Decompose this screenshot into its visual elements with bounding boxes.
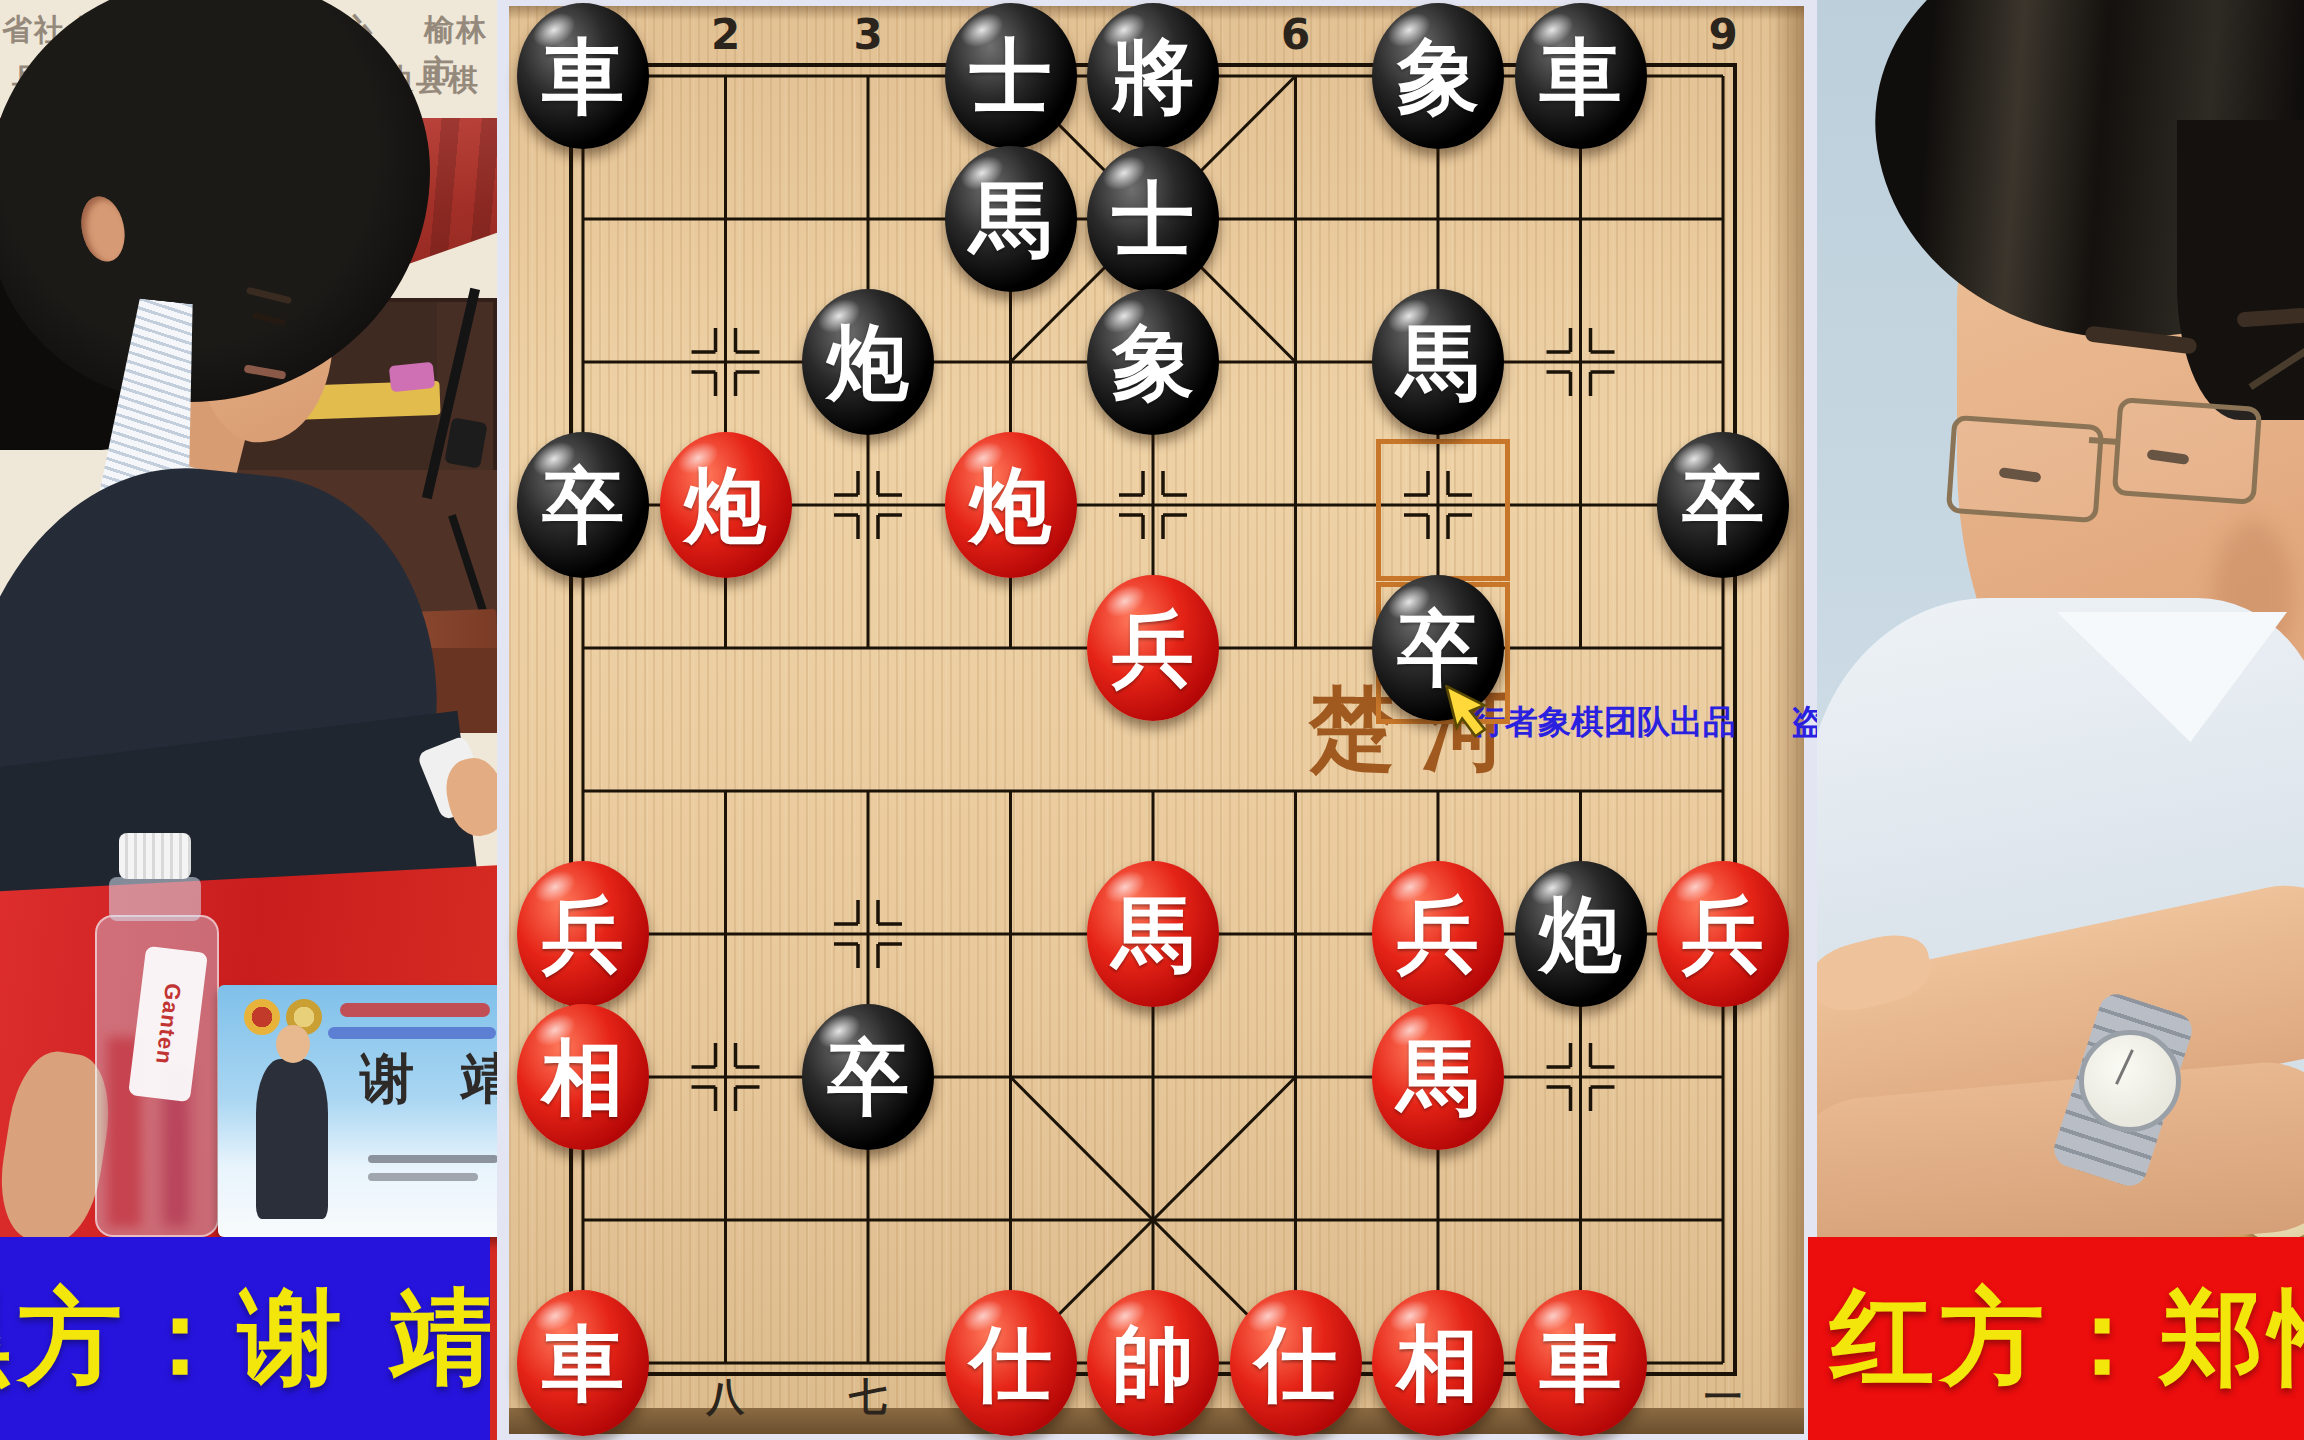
file-label-bottom: 八 xyxy=(696,1372,756,1423)
file-label-top: 2 xyxy=(696,10,756,59)
file-label-bottom: 一 xyxy=(1693,1372,1753,1423)
piece-black-卒[interactable]: 卒 xyxy=(1657,432,1789,578)
piece-glyph: 卒 xyxy=(827,1036,909,1118)
piece-black-象[interactable]: 象 xyxy=(1087,289,1219,435)
glasses-lens xyxy=(2112,397,2262,505)
piece-red-仕[interactable]: 仕 xyxy=(1230,1290,1362,1436)
piece-black-車[interactable]: 車 xyxy=(517,3,649,149)
player-photo-red: 仕兵帥車相 xyxy=(1817,0,2304,1440)
piece-black-將[interactable]: 將 xyxy=(1087,3,1219,149)
piece-red-兵[interactable]: 兵 xyxy=(1657,861,1789,1007)
player-photo-black: 省社会 发展中心 榆林市 县体 定边县棋类 xyxy=(0,0,497,1440)
card-portrait xyxy=(256,1059,328,1219)
card-title-text xyxy=(340,1003,490,1017)
piece-glyph: 士 xyxy=(970,35,1052,117)
card-small-text xyxy=(368,1155,497,1163)
piece-red-炮[interactable]: 炮 xyxy=(945,432,1077,578)
bottle-label: Ganten xyxy=(128,946,208,1102)
piece-glyph: 車 xyxy=(542,1322,624,1404)
piece-glyph: 馬 xyxy=(970,178,1052,260)
piece-black-炮[interactable]: 炮 xyxy=(802,289,934,435)
piece-black-車[interactable]: 車 xyxy=(1515,3,1647,149)
piece-glyph: 炮 xyxy=(685,464,767,546)
piece-black-象[interactable]: 象 xyxy=(1372,3,1504,149)
piece-glyph: 相 xyxy=(1397,1322,1479,1404)
piece-red-相[interactable]: 相 xyxy=(1372,1290,1504,1436)
piece-black-卒[interactable]: 卒 xyxy=(517,432,649,578)
piece-red-炮[interactable]: 炮 xyxy=(660,432,792,578)
piece-glyph: 車 xyxy=(1540,35,1622,117)
piece-glyph: 卒 xyxy=(542,464,624,546)
piece-red-相[interactable]: 相 xyxy=(517,1004,649,1150)
red-player-banner: 红方：郑惟 xyxy=(1808,1237,2304,1440)
board-panel: 楚河 漢界 行者象棋团队出品盗版必究 123456789九八七六五四三二一 車士… xyxy=(497,0,1817,1440)
piece-red-兵[interactable]: 兵 xyxy=(1087,575,1219,721)
piece-glyph: 車 xyxy=(542,35,624,117)
card-subtitle-text xyxy=(328,1027,496,1039)
piece-black-馬[interactable]: 馬 xyxy=(945,146,1077,292)
last-move-highlight xyxy=(1376,439,1510,581)
piece-glyph: 相 xyxy=(542,1036,624,1118)
file-label-top: 3 xyxy=(838,10,898,59)
card-portrait xyxy=(276,1025,310,1063)
player-hair xyxy=(2177,120,2304,420)
file-label-top: 6 xyxy=(1266,10,1326,59)
piece-black-士[interactable]: 士 xyxy=(945,3,1077,149)
piece-glyph: 炮 xyxy=(827,321,909,403)
card-small-text xyxy=(368,1173,478,1181)
card-player-name: 谢 靖 xyxy=(360,1043,497,1116)
water-bottle: Ganten xyxy=(95,833,217,1237)
watch-face xyxy=(2079,1030,2181,1132)
piece-glyph: 兵 xyxy=(542,893,624,975)
piece-glyph: 兵 xyxy=(1397,893,1479,975)
piece-glyph: 將 xyxy=(1112,35,1194,117)
piece-glyph: 兵 xyxy=(1682,893,1764,975)
piece-glyph: 炮 xyxy=(1540,893,1622,975)
piece-red-車[interactable]: 車 xyxy=(1515,1290,1647,1436)
piece-glyph: 象 xyxy=(1112,321,1194,403)
piece-glyph: 炮 xyxy=(970,464,1052,546)
piece-red-兵[interactable]: 兵 xyxy=(517,861,649,1007)
piece-glyph: 帥 xyxy=(1112,1322,1194,1404)
piece-glyph: 仕 xyxy=(970,1322,1052,1404)
file-label-top: 9 xyxy=(1693,10,1753,59)
piece-black-卒[interactable]: 卒 xyxy=(802,1004,934,1150)
piece-glyph: 士 xyxy=(1112,178,1194,260)
red-player-name: 红方：郑惟 xyxy=(1830,1269,2304,1409)
broadcast-frame: 省社会 发展中心 榆林市 县体 定边县棋类 xyxy=(0,0,2304,1440)
file-label-bottom: 七 xyxy=(838,1372,898,1423)
piece-red-兵[interactable]: 兵 xyxy=(1372,861,1504,1007)
piece-glyph: 馬 xyxy=(1397,1036,1479,1118)
piece-glyph: 卒 xyxy=(1682,464,1764,546)
piece-red-帥[interactable]: 帥 xyxy=(1087,1290,1219,1436)
bottle-body: Ganten xyxy=(95,915,219,1237)
black-player-banner: 黑方：谢 靖 xyxy=(0,1237,490,1440)
piece-glyph: 車 xyxy=(1540,1322,1622,1404)
desk-item xyxy=(389,362,435,392)
piece-glyph: 卒 xyxy=(1397,607,1479,689)
piece-glyph: 象 xyxy=(1397,35,1479,117)
piece-glyph: 仕 xyxy=(1255,1322,1337,1404)
event-logo-icon xyxy=(244,999,280,1035)
player-name-card: 谢 靖 xyxy=(218,985,497,1237)
piece-black-士[interactable]: 士 xyxy=(1087,146,1219,292)
piece-red-馬[interactable]: 馬 xyxy=(1372,1004,1504,1150)
piece-glyph: 馬 xyxy=(1112,893,1194,975)
bottle-cap xyxy=(119,833,191,879)
piece-black-炮[interactable]: 炮 xyxy=(1515,861,1647,1007)
black-player-name: 黑方：谢 靖 xyxy=(0,1269,490,1409)
piece-glyph: 馬 xyxy=(1397,321,1479,403)
piece-red-仕[interactable]: 仕 xyxy=(945,1290,1077,1436)
piece-glyph: 兵 xyxy=(1112,607,1194,689)
piece-red-馬[interactable]: 馬 xyxy=(1087,861,1219,1007)
piece-red-車[interactable]: 車 xyxy=(517,1290,649,1436)
glasses-lens xyxy=(1946,415,2104,523)
piece-black-馬[interactable]: 馬 xyxy=(1372,289,1504,435)
